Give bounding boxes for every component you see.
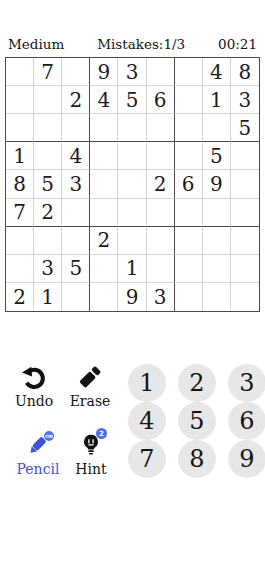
sudoku-cell-r1c6[interactable]: [147, 58, 175, 86]
pencil-button[interactable]: ON Pencil: [10, 431, 66, 477]
sudoku-cell-r6c4[interactable]: [90, 199, 118, 227]
sudoku-cell-r1c3[interactable]: [62, 58, 90, 86]
sudoku-cell-r5c5[interactable]: [118, 170, 146, 198]
sudoku-cell-r1c9[interactable]: 8: [231, 58, 259, 86]
eraser-icon: [76, 363, 104, 391]
sudoku-cell-r5c4[interactable]: [90, 170, 118, 198]
sudoku-cell-r8c6[interactable]: [147, 255, 175, 283]
pencil-label: Pencil: [17, 461, 60, 477]
sudoku-cell-r8c5[interactable]: 1: [118, 255, 146, 283]
sudoku-cell-r7c8[interactable]: [203, 227, 231, 255]
sudoku-cell-r4c5[interactable]: [118, 142, 146, 170]
sudoku-cell-r1c2[interactable]: 7: [34, 58, 62, 86]
sudoku-cell-r3c7[interactable]: [175, 114, 203, 142]
difficulty-label: Medium: [8, 36, 64, 52]
sudoku-cell-r3c6[interactable]: [147, 114, 175, 142]
sudoku-cell-r3c9[interactable]: 5: [231, 114, 259, 142]
sudoku-cell-r5c6[interactable]: 2: [147, 170, 175, 198]
sudoku-cell-r5c3[interactable]: 3: [62, 170, 90, 198]
sudoku-cell-r4c3[interactable]: 4: [62, 142, 90, 170]
sudoku-cell-r6c8[interactable]: [203, 199, 231, 227]
sudoku-cell-r7c2[interactable]: [34, 227, 62, 255]
sudoku-grid: 7934824561351458532697223512193: [5, 57, 260, 312]
erase-button[interactable]: Erase: [63, 363, 117, 409]
sudoku-cell-r7c9[interactable]: [231, 227, 259, 255]
sudoku-cell-r3c4[interactable]: [90, 114, 118, 142]
sudoku-cell-r3c2[interactable]: [34, 114, 62, 142]
sudoku-cell-r6c7[interactable]: [175, 199, 203, 227]
sudoku-cell-r2c1[interactable]: [6, 86, 34, 114]
sudoku-cell-r7c7[interactable]: [175, 227, 203, 255]
mistakes-counter: Mistakes:1/3: [97, 36, 185, 52]
sudoku-cell-r3c8[interactable]: [203, 114, 231, 142]
erase-label: Erase: [70, 393, 111, 409]
sudoku-cell-r2c2[interactable]: [34, 86, 62, 114]
undo-button[interactable]: Undo: [8, 363, 60, 409]
sudoku-cell-r6c2[interactable]: 2: [34, 199, 62, 227]
sudoku-cell-r1c1[interactable]: [6, 58, 34, 86]
sudoku-cell-r5c9[interactable]: [231, 170, 259, 198]
sudoku-cell-r4c8[interactable]: 5: [203, 142, 231, 170]
sudoku-cell-r7c6[interactable]: [147, 227, 175, 255]
timer: 00:21: [218, 36, 257, 52]
sudoku-cell-r2c4[interactable]: 4: [90, 86, 118, 114]
sudoku-cell-r7c5[interactable]: [118, 227, 146, 255]
sudoku-cell-r1c5[interactable]: 3: [118, 58, 146, 86]
numpad-key-3[interactable]: 3: [228, 364, 265, 402]
numpad-key-4[interactable]: 4: [128, 402, 166, 440]
undo-icon: [20, 363, 48, 391]
hint-button[interactable]: 2 Hint: [66, 431, 116, 477]
numpad-key-2[interactable]: 2: [178, 364, 216, 402]
sudoku-cell-r6c6[interactable]: [147, 199, 175, 227]
numpad-key-1[interactable]: 1: [128, 364, 166, 402]
sudoku-cell-r5c8[interactable]: 9: [203, 170, 231, 198]
sudoku-cell-r9c2[interactable]: 1: [34, 283, 62, 311]
sudoku-cell-r5c2[interactable]: 5: [34, 170, 62, 198]
sudoku-cell-r6c1[interactable]: 7: [6, 199, 34, 227]
sudoku-cell-r9c6[interactable]: 3: [147, 283, 175, 311]
number-pad: 123456789: [128, 364, 265, 478]
sudoku-cell-r8c2[interactable]: 3: [34, 255, 62, 283]
sudoku-cell-r2c7[interactable]: [175, 86, 203, 114]
sudoku-cell-r8c9[interactable]: [231, 255, 259, 283]
sudoku-cell-r3c1[interactable]: [6, 114, 34, 142]
numpad-key-6[interactable]: 6: [228, 402, 265, 440]
sudoku-cell-r9c5[interactable]: 9: [118, 283, 146, 311]
sudoku-cell-r2c8[interactable]: 1: [203, 86, 231, 114]
sudoku-cell-r8c7[interactable]: [175, 255, 203, 283]
sudoku-cell-r2c5[interactable]: 5: [118, 86, 146, 114]
sudoku-cell-r4c6[interactable]: [147, 142, 175, 170]
sudoku-app: Medium Mistakes:1/3 00:21 79348245613514…: [0, 0, 265, 574]
sudoku-cell-r8c4[interactable]: [90, 255, 118, 283]
numpad-key-8[interactable]: 8: [178, 440, 216, 478]
numpad-key-9[interactable]: 9: [228, 440, 265, 478]
sudoku-cell-r6c9[interactable]: [231, 199, 259, 227]
undo-label: Undo: [15, 393, 53, 409]
sudoku-cell-r2c9[interactable]: 3: [231, 86, 259, 114]
hint-label: Hint: [75, 461, 106, 477]
sudoku-cell-r5c1[interactable]: 8: [6, 170, 34, 198]
pencil-mode-badge: ON: [44, 431, 54, 441]
sudoku-cell-r7c4[interactable]: 2: [90, 227, 118, 255]
sudoku-cell-r9c3[interactable]: [62, 283, 90, 311]
sudoku-cell-r7c3[interactable]: [62, 227, 90, 255]
numpad-key-7[interactable]: 7: [128, 440, 166, 478]
sudoku-cell-r9c1[interactable]: 2: [6, 283, 34, 311]
sudoku-cell-r9c4[interactable]: [90, 283, 118, 311]
pencil-icon: ON: [24, 431, 52, 459]
status-bar: Medium Mistakes:1/3 00:21: [0, 36, 265, 52]
sudoku-cell-r4c7[interactable]: [175, 142, 203, 170]
sudoku-cell-r4c2[interactable]: [34, 142, 62, 170]
sudoku-cell-r2c3[interactable]: 2: [62, 86, 90, 114]
sudoku-cell-r6c5[interactable]: [118, 199, 146, 227]
sudoku-cell-r1c8[interactable]: 4: [203, 58, 231, 86]
hint-count-badge: 2: [96, 428, 107, 439]
sudoku-cell-r8c3[interactable]: 5: [62, 255, 90, 283]
sudoku-cell-r4c1[interactable]: 1: [6, 142, 34, 170]
sudoku-cell-r9c8[interactable]: [203, 283, 231, 311]
sudoku-cell-r8c1[interactable]: [6, 255, 34, 283]
sudoku-cell-r1c4[interactable]: 9: [90, 58, 118, 86]
sudoku-cell-r8c8[interactable]: [203, 255, 231, 283]
sudoku-cell-r9c9[interactable]: [231, 283, 259, 311]
numpad-key-5[interactable]: 5: [178, 402, 216, 440]
hint-bulb-icon: 2: [77, 431, 105, 459]
sudoku-cell-r3c5[interactable]: [118, 114, 146, 142]
sudoku-cell-r4c4[interactable]: [90, 142, 118, 170]
sudoku-cell-r9c7[interactable]: [175, 283, 203, 311]
sudoku-cell-r3c3[interactable]: [62, 114, 90, 142]
sudoku-cell-r1c7[interactable]: [175, 58, 203, 86]
sudoku-cell-r2c6[interactable]: 6: [147, 86, 175, 114]
sudoku-cell-r4c9[interactable]: [231, 142, 259, 170]
sudoku-cell-r7c1[interactable]: [6, 227, 34, 255]
sudoku-cell-r6c3[interactable]: [62, 199, 90, 227]
sudoku-cell-r5c7[interactable]: 6: [175, 170, 203, 198]
